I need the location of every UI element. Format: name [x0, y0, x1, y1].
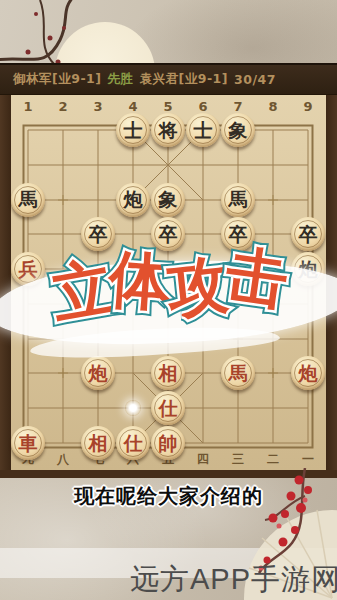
piece-black-将[interactable]: 将: [151, 113, 185, 147]
piece-glyph: 馬: [229, 364, 248, 383]
piece-glyph: 炮: [124, 190, 143, 209]
piece-black-象[interactable]: 象: [221, 113, 255, 147]
piece-black-馬[interactable]: 馬: [11, 183, 45, 217]
piece-glyph: 炮: [299, 364, 318, 383]
piece-red-兵[interactable]: 兵: [11, 252, 45, 286]
piece-glyph: 仕: [124, 434, 143, 453]
file-label-top: 9: [290, 99, 326, 114]
game-screen: 御林军[业9-1] 先胜 袁兴君[业9-1] 30/47: [0, 0, 337, 600]
player-black-name: 袁兴君[业9-1]: [140, 71, 229, 88]
piece-red-仕[interactable]: 仕: [116, 426, 150, 460]
piece-red-帥[interactable]: 帥: [151, 426, 185, 460]
file-label-bottom: 三: [220, 451, 256, 468]
piece-glyph: 馬: [19, 190, 38, 209]
file-label-bottom: 四: [185, 451, 221, 468]
file-label-bottom: 八: [45, 451, 81, 468]
file-label-top: 1: [10, 99, 46, 114]
file-label-top: 7: [220, 99, 256, 114]
file-label-bottom: 一: [290, 451, 326, 468]
piece-black-象[interactable]: 象: [151, 183, 185, 217]
piece-black-馬[interactable]: 馬: [221, 183, 255, 217]
xiangqi-board[interactable]: 123456789 九八七六五四三二一 士将士象馬炮象馬卒卒卒卒兵炮炮相馬炮仕車…: [0, 95, 337, 478]
piece-glyph: 帥: [159, 434, 178, 453]
piece-glyph: 士: [124, 121, 143, 140]
piece-black-士[interactable]: 士: [186, 113, 220, 147]
piece-glyph: 象: [159, 190, 178, 209]
piece-glyph: 卒: [299, 225, 318, 244]
piece-red-仕[interactable]: 仕: [151, 391, 185, 425]
piece-glyph: 馬: [229, 190, 248, 209]
piece-black-炮[interactable]: 炮: [116, 183, 150, 217]
piece-glyph: 炮: [299, 260, 318, 279]
file-label-top: 5: [150, 99, 186, 114]
file-label-bottom: 二: [255, 451, 291, 468]
piece-glyph: 車: [19, 434, 38, 453]
file-label-top: 8: [255, 99, 291, 114]
piece-glyph: 将: [159, 121, 178, 140]
file-label-top: 6: [185, 99, 221, 114]
player-red-name: 御林军[业9-1]: [13, 71, 102, 88]
piece-black-炮[interactable]: 炮: [291, 252, 325, 286]
piece-glyph: 仕: [159, 399, 178, 418]
piece-red-相[interactable]: 相: [81, 426, 115, 460]
piece-glyph: 卒: [229, 225, 248, 244]
file-label-top: 2: [45, 99, 81, 114]
piece-black-士[interactable]: 士: [116, 113, 150, 147]
match-result: 先胜: [108, 71, 134, 88]
piece-glyph: 象: [229, 121, 248, 140]
piece-glyph: 炮: [89, 364, 108, 383]
subtitle-caption: 现在呢给大家介绍的: [0, 483, 337, 510]
match-info-bar: 御林军[业9-1] 先胜 袁兴君[业9-1] 30/47: [0, 63, 337, 95]
file-label-top: 3: [80, 99, 116, 114]
piece-glyph: 卒: [159, 225, 178, 244]
file-label-top: 4: [115, 99, 151, 114]
piece-glyph: 相: [159, 364, 178, 383]
piece-glyph: 兵: [19, 260, 38, 279]
piece-glyph: 相: [89, 434, 108, 453]
piece-glyph: 卒: [89, 225, 108, 244]
move-counter: 30/47: [234, 72, 276, 87]
site-watermark: 远方APP手游网: [0, 560, 337, 600]
piece-red-車[interactable]: 車: [11, 426, 45, 460]
piece-glyph: 士: [194, 121, 213, 140]
